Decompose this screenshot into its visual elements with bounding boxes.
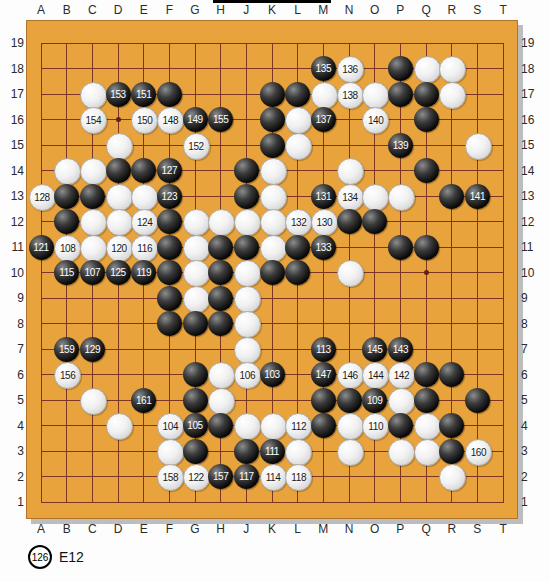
stone-E13 [131,184,158,211]
coord-label-top: G [186,3,204,17]
coord-label-bottom: O [366,522,384,536]
stone-C5 [80,388,107,415]
coord-label-bottom: C [83,522,101,536]
stone-L3 [285,439,312,466]
stone-M6: 147 [311,362,336,387]
stone-F8 [157,311,182,336]
stone-H16: 155 [208,107,233,132]
stone-O13 [362,184,389,211]
stone-P5 [388,388,415,415]
coord-label-top: Q [417,3,435,17]
stone-M7: 113 [311,337,336,362]
stone-O7: 145 [362,337,387,362]
stone-B6: 156 [54,362,81,389]
stone-Q16 [414,107,439,132]
stone-H2: 157 [208,464,233,489]
stone-D11: 120 [106,235,133,262]
stone-L12: 132 [285,209,312,236]
stone-E17: 151 [131,82,156,107]
grid-line [41,323,504,324]
coord-label-bottom: Q [417,522,435,536]
coord-label-top: H [212,3,230,17]
stone-N18: 136 [337,56,364,83]
stone-F9 [157,286,182,311]
stone-F12 [157,209,182,234]
stone-D4 [106,413,133,440]
coord-label-right: 2 [521,470,545,484]
coord-label-bottom: A [32,522,50,536]
stone-F2: 158 [157,464,184,491]
stone-J9 [234,286,261,313]
coord-label-bottom: B [58,522,76,536]
stone-F3 [157,439,184,466]
coord-label-left: 6 [2,368,24,382]
stone-R13 [439,184,464,209]
stone-R3 [439,439,464,464]
stone-S13: 141 [465,184,490,209]
stone-O5: 109 [362,388,387,413]
stone-B13 [54,184,79,209]
stone-K4 [260,413,287,440]
coord-label-bottom: D [109,522,127,536]
stone-P4 [388,413,413,438]
stone-K12 [260,209,287,236]
coord-label-left: 13 [2,189,24,203]
stone-N17: 138 [337,82,364,109]
stone-L11 [285,235,310,260]
stone-H8 [208,311,233,336]
stone-M13: 131 [311,184,336,209]
coord-label-top: D [109,3,127,17]
stone-P18 [388,56,413,81]
coord-label-left: 10 [2,266,24,280]
stone-N10 [337,260,364,287]
stone-N5 [337,388,362,413]
stone-C14 [80,158,107,185]
coord-label-left: 4 [2,419,24,433]
stone-O4: 110 [362,413,389,440]
stone-C12 [80,209,107,236]
coord-label-bottom: E [135,522,153,536]
stone-J3 [234,439,259,464]
coord-label-right: 10 [521,266,545,280]
stone-D10: 125 [106,260,131,285]
coord-label-left: 19 [2,36,24,50]
stone-G6 [183,362,208,387]
star-point [424,270,429,275]
stone-A11: 121 [29,235,54,260]
coord-label-right: 18 [521,62,545,76]
stone-R17 [439,82,466,109]
stone-N6: 146 [337,362,364,389]
coord-label-bottom: R [443,522,461,536]
stone-D12 [106,209,133,236]
stone-L16 [285,107,312,134]
stone-L2: 118 [285,464,312,491]
move-footnote: 126 E12 [28,544,84,570]
stone-Q5 [414,388,439,413]
stone-F17 [157,82,182,107]
coord-label-top: K [263,3,281,17]
coord-label-right: 6 [521,368,545,382]
coord-label-top: B [58,3,76,17]
white-stone-icon: 126 [28,545,52,569]
stone-C11 [80,235,107,262]
stone-L10 [285,260,310,285]
coord-label-left: 2 [2,470,24,484]
stone-G4: 105 [183,413,208,438]
stone-M11: 133 [311,235,336,260]
stone-E12: 124 [131,209,158,236]
grid-line [41,298,504,299]
go-diagram: AA1919BB1818CC1717DD1616EE1515FF1414GG13… [0,0,550,582]
coord-label-right: 16 [521,113,545,127]
stone-P15: 139 [388,133,413,158]
stone-M5 [311,388,336,413]
stone-N12 [337,209,362,234]
stone-K2: 114 [260,464,287,491]
stone-J6: 106 [234,362,261,389]
stone-L17 [285,82,310,107]
stone-B11: 108 [54,235,81,262]
stone-P11 [388,235,413,260]
stone-Q4 [414,413,441,440]
coord-label-left: 15 [2,138,24,152]
stone-F10 [157,260,182,285]
stone-H5 [208,388,235,415]
stone-G3 [183,439,208,464]
coord-label-bottom: L [289,522,307,536]
coord-label-top: O [366,3,384,17]
stone-O16: 140 [362,107,389,134]
stone-C17 [80,82,107,109]
stone-D17: 153 [106,82,131,107]
coord-label-left: 3 [2,444,24,458]
coord-label-right: 12 [521,215,545,229]
stone-S3: 160 [465,439,492,466]
stone-Q18 [414,56,441,83]
stone-Q11 [414,235,439,260]
stone-K14 [260,158,287,185]
stone-J2: 117 [234,464,259,489]
coord-label-bottom: F [160,522,178,536]
stone-K16 [260,107,285,132]
coord-label-right: 13 [521,189,545,203]
stone-E10: 119 [131,260,156,285]
coord-label-left: 8 [2,317,24,331]
coord-label-top: L [289,3,307,17]
stone-K11 [260,235,287,262]
stone-E11: 116 [131,235,158,262]
coord-label-bottom: S [468,522,486,536]
coord-label-right: 5 [521,393,545,407]
stone-H6 [208,362,235,389]
coord-label-right: 1 [521,495,545,509]
coord-label-bottom: K [263,522,281,536]
coord-label-left: 1 [2,495,24,509]
stone-F13: 123 [157,184,182,209]
coord-label-right: 19 [521,36,545,50]
coord-label-top: E [135,3,153,17]
coord-label-bottom: P [391,522,409,536]
stone-J10 [234,260,261,287]
stone-G16: 149 [183,107,208,132]
footnote-coordinate: E12 [59,549,84,565]
coord-label-right: 11 [521,240,545,254]
stone-J12 [234,209,261,236]
coord-label-left: 12 [2,215,24,229]
coord-label-left: 17 [2,87,24,101]
stone-J13 [234,184,259,209]
stone-A13: 128 [29,184,56,211]
grid-line [41,502,504,503]
stone-P3 [388,439,415,466]
stone-E16: 150 [131,107,158,134]
stone-N13: 134 [337,184,364,211]
coord-label-right: 15 [521,138,545,152]
stone-F11 [157,235,182,260]
coord-label-right: 7 [521,342,545,356]
stone-K13 [260,184,287,211]
stone-H4 [208,413,233,438]
stone-S15 [465,133,492,160]
coord-label-bottom: J [237,522,255,536]
grid-line [477,43,478,503]
stone-S5 [465,388,490,413]
coord-label-top: S [468,3,486,17]
stone-C16: 154 [80,107,107,134]
grid-line [503,43,504,503]
stone-M17 [311,82,338,109]
stone-R2 [439,464,466,491]
stone-P6: 142 [388,362,415,389]
stone-P13 [388,184,415,211]
coord-label-left: 5 [2,393,24,407]
stone-K10 [260,260,285,285]
coord-label-left: 9 [2,291,24,305]
coord-label-top: M [314,3,332,17]
stone-K6: 103 [260,362,285,387]
stone-E5: 161 [131,388,156,413]
stone-P7: 143 [388,337,413,362]
stone-H11 [208,235,233,260]
stone-J4 [234,413,261,440]
stone-M4 [311,413,336,438]
stone-D13 [106,184,133,211]
stone-O17 [362,82,389,109]
stone-B14 [54,158,81,185]
coord-label-top: J [237,3,255,17]
stone-M18: 135 [311,56,336,81]
stone-G2: 122 [183,464,210,491]
coord-label-bottom: N [340,522,358,536]
stone-K15 [260,133,285,158]
stone-J8 [234,311,261,338]
stone-R4 [439,413,464,438]
stone-H10 [208,260,233,285]
stone-Q3 [414,439,441,466]
stone-G12 [183,209,210,236]
stone-B10: 115 [54,260,79,285]
stone-G8 [183,311,208,336]
stone-D14 [106,158,131,183]
stone-B7: 159 [54,337,79,362]
stone-F14: 127 [157,158,182,183]
coord-label-right: 3 [521,444,545,458]
stone-L4: 112 [285,413,312,440]
coord-label-right: 8 [521,317,545,331]
stone-G9 [183,286,210,313]
stone-B12 [54,209,79,234]
stone-H9 [208,286,233,311]
stone-J14 [234,158,259,183]
stone-N14 [337,158,364,185]
coord-label-right: 17 [521,87,545,101]
star-point [116,117,121,122]
stone-Q6 [414,362,439,387]
stone-F4: 104 [157,413,184,440]
stone-O6: 144 [362,362,389,389]
stone-J7 [234,337,261,364]
coord-label-left: 18 [2,62,24,76]
stone-J11 [234,235,259,260]
stone-K3: 111 [260,439,285,464]
stone-M12: 130 [311,209,338,236]
stone-N4 [337,413,364,440]
coord-label-bottom: T [494,522,512,536]
stone-Q17 [414,82,439,107]
stone-E14 [131,158,156,183]
coord-label-right: 4 [521,419,545,433]
coord-label-left: 16 [2,113,24,127]
stone-D15 [106,133,133,160]
coord-label-top: A [32,3,50,17]
stone-C10: 107 [80,260,105,285]
stone-C7: 129 [80,337,105,362]
stone-M16: 137 [311,107,336,132]
coord-label-top: N [340,3,358,17]
stone-O12 [362,209,387,234]
stone-H12 [208,209,235,236]
stone-K17 [260,82,285,107]
coord-label-left: 7 [2,342,24,356]
coord-label-left: 11 [2,240,24,254]
stone-P17 [388,82,413,107]
stone-G5 [183,388,208,413]
stone-Q14 [414,158,439,183]
coord-label-bottom: M [314,522,332,536]
stone-N3 [337,439,364,466]
stone-L15 [285,133,312,160]
coord-label-top: C [83,3,101,17]
stone-G15: 152 [183,133,210,160]
stone-F16: 148 [157,107,184,134]
coord-label-bottom: G [186,522,204,536]
coord-label-bottom: H [212,522,230,536]
grid-line [41,349,504,350]
stone-G11 [183,235,210,262]
coord-label-top: F [160,3,178,17]
coord-label-left: 14 [2,164,24,178]
coord-label-right: 14 [521,164,545,178]
coord-label-top: R [443,3,461,17]
stone-R6 [439,362,464,387]
coord-label-top: P [391,3,409,17]
stone-C13 [80,184,105,209]
board-layer: AA1919BB1818CC1717DD1616EE1515FF1414GG13… [0,0,550,582]
stone-R18 [439,56,466,83]
coord-label-right: 9 [521,291,545,305]
stone-G10 [183,260,210,287]
coord-label-top: T [494,3,512,17]
